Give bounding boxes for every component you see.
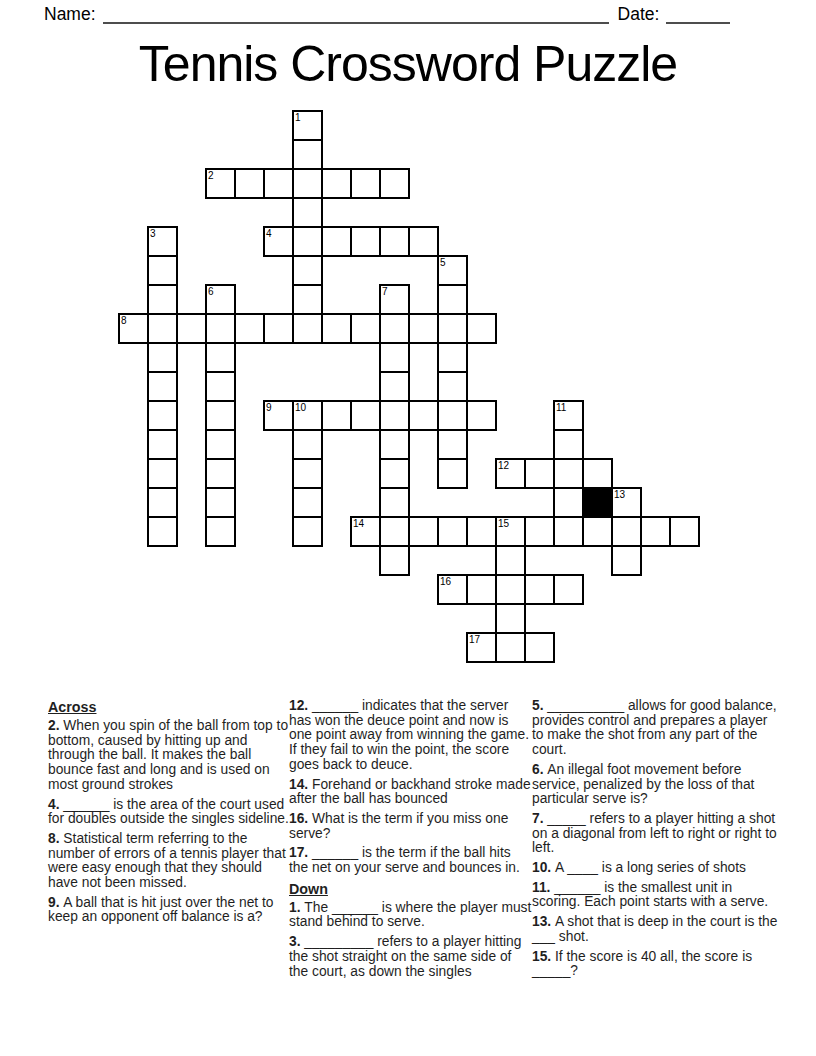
clue-number: 13 [614,489,625,500]
grid-cell[interactable] [379,429,410,460]
grid-cell[interactable]: 11 [553,400,584,431]
grid-cell[interactable]: 17 [466,632,497,663]
grid-cell[interactable] [408,516,439,547]
grid-cell[interactable] [379,342,410,373]
grid-cell[interactable] [147,429,178,460]
clue-number-label: 4. [48,797,63,812]
grid-cell[interactable] [147,516,178,547]
grid-cell[interactable]: 1 [292,110,323,141]
clue: 14. Forehand or backhand stroke made aft… [289,778,533,807]
grid-cell[interactable] [205,342,236,373]
grid-cell[interactable] [495,632,526,663]
grid-cell[interactable] [147,371,178,402]
clue: 16. What is the term if you miss one ser… [289,812,533,841]
grid-cell[interactable] [379,313,410,344]
grid-cell[interactable] [437,284,468,315]
grid-cell[interactable]: 10 [292,400,323,431]
clue-number-label: 3. [289,934,304,949]
grid-cell[interactable] [495,545,526,576]
clue-number-label: 5. [532,698,547,713]
grid-cell[interactable]: 9 [263,400,294,431]
grid-cell[interactable] [205,516,236,547]
grid-cell[interactable] [292,487,323,518]
clue-number: 9 [266,402,272,413]
grid-cell[interactable] [147,342,178,373]
clue-number: 14 [353,518,364,529]
clue-number: 16 [440,576,451,587]
grid-cell[interactable] [466,313,497,344]
grid-cell[interactable] [263,313,294,344]
clue: 1. The ______ is where the player must s… [289,901,533,930]
clue-number-label: 10. [532,860,555,875]
grid-cell[interactable] [176,313,207,344]
grid-cell[interactable] [582,516,613,547]
grid-cell[interactable] [292,429,323,460]
grid-cell[interactable] [379,168,410,199]
grid-cell[interactable] [437,429,468,460]
grid-cell[interactable] [466,400,497,431]
clue-number-label: 9. [48,895,63,910]
grid-cell[interactable] [466,516,497,547]
grid-cell[interactable] [524,574,555,605]
clue: 2. When you spin of the ball from top to… [48,719,289,793]
grid-cell[interactable] [321,400,352,431]
grid-cell[interactable] [292,197,323,228]
grid-cell[interactable] [495,574,526,605]
clues-section-header: Across [48,699,289,715]
grid-cell[interactable] [263,168,294,199]
grid-cell[interactable] [379,545,410,576]
grid-cell[interactable] [611,516,642,547]
grid-cell[interactable] [292,284,323,315]
grid-cell[interactable]: 2 [205,168,236,199]
grid-cell[interactable]: 4 [263,226,294,257]
grid-cell[interactable] [640,516,671,547]
black-cell [582,487,613,518]
grid-cell[interactable] [350,313,381,344]
clue: 6. An illegal foot movement before servi… [532,763,779,807]
grid-cell[interactable] [147,313,178,344]
grid-cell[interactable] [350,400,381,431]
clue: 9. A ball that is hit just over the net … [48,896,289,925]
clue-number: 10 [295,402,306,413]
grid-cell[interactable] [147,284,178,315]
clue: 11. ______ is the smallest unit in scori… [532,881,779,910]
clue-number-label: 2. [48,718,63,733]
grid-cell[interactable]: 3 [147,226,178,257]
grid-cell[interactable] [350,226,381,257]
clue-number: 11 [556,402,566,413]
grid-cell[interactable]: 13 [611,487,642,518]
grid-cell[interactable] [321,226,352,257]
clue: 17. ______ is the term if the ball hits … [289,846,533,875]
clue-number-label: 15. [532,949,555,964]
clue-number-label: 11. [532,880,554,895]
clue: 15. If the score is 40 all, the score is… [532,950,779,979]
clue-number-label: 1. [289,900,304,915]
grid-cell[interactable] [553,487,584,518]
grid-cell[interactable]: 6 [205,284,236,315]
grid-cell[interactable] [582,458,613,489]
grid-cell[interactable] [147,487,178,518]
grid-cell[interactable]: 8 [118,313,149,344]
grid-cell[interactable] [379,516,410,547]
grid-cell[interactable] [205,371,236,402]
grid-cell[interactable] [437,371,468,402]
grid-cell[interactable] [437,458,468,489]
clue-number: 8 [121,315,127,326]
grid-cell[interactable] [292,226,323,257]
clue: 10. A ____ is a long series of shots [532,861,779,876]
grid-cell[interactable]: 12 [495,458,526,489]
clue-number-label: 16. [289,811,312,826]
grid-cell[interactable] [234,168,265,199]
grid-cell[interactable] [205,400,236,431]
grid-cell[interactable] [321,168,352,199]
grid-cell[interactable] [292,168,323,199]
grid-cell[interactable] [553,574,584,605]
clue-number: 7 [382,286,388,297]
clue-number: 1 [295,112,301,123]
clue-number-label: 8. [48,831,63,846]
clue-number: 2 [208,170,214,181]
grid-cell[interactable] [379,371,410,402]
clues-column-3: 5. __________ allows for good balance, p… [532,699,779,984]
clues-section-header: Down [289,881,533,897]
grid-cell[interactable] [437,516,468,547]
clue-number: 3 [150,228,156,239]
clue: 7. _____ refers to a player hitting a sh… [532,812,779,856]
grid-cell[interactable] [147,255,178,286]
clue: 8. Statistical term referring to the num… [48,832,289,891]
grid-cell[interactable] [495,603,526,634]
grid-cell[interactable] [234,313,265,344]
grid-cell[interactable] [379,487,410,518]
grid-cell[interactable] [379,458,410,489]
clue: 13. A shot that is deep in the court is … [532,915,779,944]
grid-cell[interactable] [350,168,381,199]
clue-number: 15 [498,518,509,529]
grid-cell[interactable] [669,516,700,547]
grid-cell[interactable] [437,400,468,431]
clue-number-label: 12. [289,698,312,713]
clue-number: 6 [208,286,214,297]
grid-cell[interactable] [611,545,642,576]
grid-cell[interactable] [408,226,439,257]
grid-cell[interactable] [437,313,468,344]
grid-cell[interactable] [292,458,323,489]
grid-cell[interactable] [466,574,497,605]
grid-cell[interactable] [524,632,555,663]
clues-column-2: 12. ______ indicates that the server has… [289,699,533,984]
grid-cell[interactable] [379,226,410,257]
clue-number: 5 [440,257,446,268]
grid-cell[interactable] [147,458,178,489]
grid-cell[interactable] [437,342,468,373]
grid-cell[interactable] [321,313,352,344]
grid-cell[interactable] [205,313,236,344]
crossword-grid: 1234567891011121314151617 [0,0,816,700]
clue: 3. _________ refers to a player hitting … [289,935,533,979]
grid-cell[interactable] [292,313,323,344]
grid-cell[interactable] [553,458,584,489]
clue: 4. ______ is the area of the court used … [48,798,289,827]
clue: 12. ______ indicates that the server has… [289,699,533,773]
grid-cell[interactable]: 5 [437,255,468,286]
clue-number-label: 7. [532,811,547,826]
grid-cell[interactable] [292,255,323,286]
clue-number: 12 [498,460,509,471]
grid-cell[interactable] [205,487,236,518]
clue-number-label: 6. [532,762,547,777]
grid-cell[interactable] [553,516,584,547]
clue-number: 4 [266,228,272,239]
clue-number-label: 14. [289,777,312,792]
clue-number: 17 [469,634,480,645]
grid-cell[interactable] [292,139,323,170]
grid-cell[interactable] [553,429,584,460]
grid-cell[interactable]: 14 [350,516,381,547]
grid-cell[interactable]: 16 [437,574,468,605]
grid-cell[interactable] [524,458,555,489]
grid-cell[interactable] [292,516,323,547]
grid-cell[interactable] [147,400,178,431]
grid-cell[interactable] [205,429,236,460]
grid-cell[interactable]: 15 [495,516,526,547]
grid-cell[interactable] [379,400,410,431]
clues-column-1: Across2. When you spin of the ball from … [48,699,289,930]
grid-cell[interactable]: 7 [379,284,410,315]
grid-cell[interactable] [408,400,439,431]
grid-cell[interactable] [408,313,439,344]
grid-cell[interactable] [524,516,555,547]
grid-cell[interactable] [205,458,236,489]
clue-number-label: 17. [289,845,312,860]
clue-number-label: 13. [532,914,555,929]
clue: 5. __________ allows for good balance, p… [532,699,779,758]
